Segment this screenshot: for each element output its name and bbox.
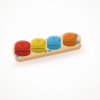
disc-stack-orange[interactable]: 4 xyxy=(63,32,77,46)
engraved-number: 4 xyxy=(68,33,71,39)
toy-board: 1 2 3 xyxy=(11,31,85,71)
engraved-number: 1 xyxy=(21,42,24,48)
product-photo-scene: 1 2 3 xyxy=(0,0,100,100)
disc-stack-top: 4 xyxy=(63,32,77,40)
engraved-number: 3 xyxy=(52,37,55,43)
engraved-number: 2 xyxy=(37,39,40,45)
